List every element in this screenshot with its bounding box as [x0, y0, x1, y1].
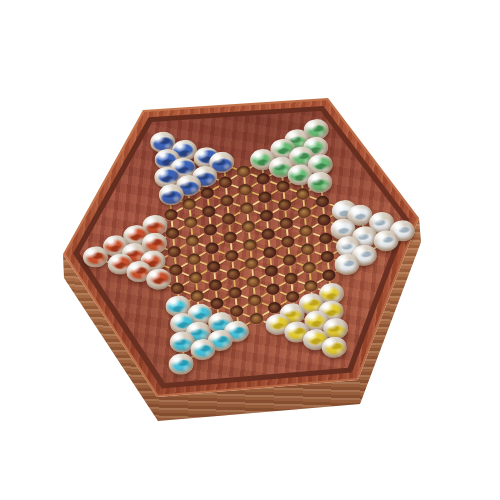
lattice-dash	[213, 272, 216, 279]
lattice-dash	[234, 298, 237, 305]
lattice-dash	[170, 221, 173, 228]
lattice-dash	[269, 258, 272, 265]
lattice-dash	[249, 251, 252, 258]
lattice-dash	[226, 206, 229, 213]
lattice-dash	[225, 188, 228, 195]
product-photo-canvas	[0, 0, 500, 500]
lattice-dash	[230, 243, 233, 250]
lattice-dash	[243, 177, 246, 184]
lattice-dash	[211, 254, 214, 261]
lattice-dash	[175, 276, 178, 283]
lattice-dash	[215, 291, 218, 298]
lattice-dash	[244, 196, 247, 203]
lattice-dash	[254, 306, 257, 313]
lattice-dash	[231, 262, 234, 269]
lattice-dash	[172, 239, 175, 246]
lattice-dash	[188, 210, 191, 217]
lattice-dash	[267, 240, 270, 247]
lattice-dash	[266, 221, 269, 228]
lattice-dash	[233, 280, 236, 287]
lattice-dash	[210, 236, 213, 243]
lattice-dash	[246, 214, 249, 221]
lattice-dash	[193, 265, 196, 272]
lattice-dash	[190, 228, 193, 235]
lattice-dash	[251, 269, 254, 276]
lattice-dash	[192, 247, 195, 254]
lattice-dash	[228, 225, 231, 232]
lattice-dash	[208, 217, 211, 224]
lattice-dash	[253, 288, 256, 295]
lattice-dash	[195, 283, 198, 290]
lattice-dash	[271, 277, 274, 284]
lattice-dash	[207, 199, 210, 206]
lattice-dash	[173, 257, 176, 264]
lattice-dash	[248, 232, 251, 239]
